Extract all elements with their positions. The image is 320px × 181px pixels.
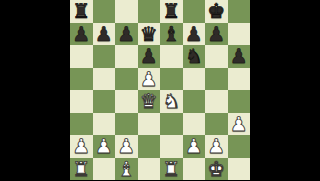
square-a3[interactable] (70, 113, 93, 136)
square-a5[interactable] (70, 68, 93, 91)
piece-white-pawn[interactable]: ♟ (95, 135, 113, 158)
square-h8[interactable] (228, 0, 251, 23)
square-d8[interactable] (138, 0, 161, 23)
square-g4[interactable] (205, 90, 228, 113)
square-g5[interactable] (205, 68, 228, 91)
square-g6[interactable] (205, 45, 228, 68)
piece-white-bishop[interactable]: ♝ (117, 157, 135, 180)
square-e6[interactable] (160, 45, 183, 68)
square-f4[interactable] (183, 90, 206, 113)
square-c8[interactable] (115, 0, 138, 23)
square-a8[interactable]: ♜ (70, 0, 93, 23)
square-a6[interactable] (70, 45, 93, 68)
piece-white-rook[interactable]: ♜ (162, 157, 180, 180)
square-d7[interactable]: ♛ (138, 23, 161, 46)
square-e4[interactable]: ♞ (160, 90, 183, 113)
square-c7[interactable]: ♟ (115, 23, 138, 46)
piece-white-rook[interactable]: ♜ (72, 157, 90, 180)
square-e8[interactable]: ♜ (160, 0, 183, 23)
square-h5[interactable] (228, 68, 251, 91)
square-c2[interactable]: ♟ (115, 135, 138, 158)
square-f2[interactable]: ♟ (183, 135, 206, 158)
square-h1[interactable] (228, 158, 251, 181)
square-b7[interactable]: ♟ (93, 23, 116, 46)
piece-black-king[interactable]: ♚ (207, 0, 225, 22)
square-g1[interactable]: ♚ (205, 158, 228, 181)
square-f8[interactable] (183, 0, 206, 23)
square-d5[interactable]: ♟ (138, 68, 161, 91)
piece-white-knight[interactable]: ♞ (162, 90, 180, 113)
square-g7[interactable]: ♟ (205, 23, 228, 46)
square-b5[interactable] (93, 68, 116, 91)
chess-board[interactable]: ♜♜♚♟♟♟♛♝♟♟♟♞♟♟♛♞♟♟♟♟♟♟♜♝♜♚ (70, 0, 250, 180)
square-b8[interactable] (93, 0, 116, 23)
piece-black-bishop[interactable]: ♝ (162, 22, 180, 45)
piece-white-pawn[interactable]: ♟ (72, 135, 90, 158)
piece-white-pawn[interactable]: ♟ (117, 135, 135, 158)
square-c6[interactable] (115, 45, 138, 68)
square-c5[interactable] (115, 68, 138, 91)
square-a1[interactable]: ♜ (70, 158, 93, 181)
piece-black-rook[interactable]: ♜ (72, 0, 90, 22)
piece-black-pawn[interactable]: ♟ (185, 22, 203, 45)
piece-black-pawn[interactable]: ♟ (140, 45, 158, 68)
square-h2[interactable] (228, 135, 251, 158)
piece-white-pawn[interactable]: ♟ (140, 67, 158, 90)
square-e2[interactable] (160, 135, 183, 158)
square-g2[interactable]: ♟ (205, 135, 228, 158)
square-c1[interactable]: ♝ (115, 158, 138, 181)
square-f6[interactable]: ♞ (183, 45, 206, 68)
piece-black-pawn[interactable]: ♟ (95, 22, 113, 45)
square-a4[interactable] (70, 90, 93, 113)
square-e7[interactable]: ♝ (160, 23, 183, 46)
square-b4[interactable] (93, 90, 116, 113)
square-h6[interactable]: ♟ (228, 45, 251, 68)
square-d6[interactable]: ♟ (138, 45, 161, 68)
piece-black-pawn[interactable]: ♟ (72, 22, 90, 45)
square-g3[interactable] (205, 113, 228, 136)
app-window: ♜♜♚♟♟♟♛♝♟♟♟♞♟♟♛♞♟♟♟♟♟♟♜♝♜♚ (0, 0, 320, 180)
square-d1[interactable] (138, 158, 161, 181)
square-h3[interactable]: ♟ (228, 113, 251, 136)
square-b2[interactable]: ♟ (93, 135, 116, 158)
square-g8[interactable]: ♚ (205, 0, 228, 23)
square-a7[interactable]: ♟ (70, 23, 93, 46)
piece-black-pawn[interactable]: ♟ (230, 45, 248, 68)
square-e1[interactable]: ♜ (160, 158, 183, 181)
piece-black-rook[interactable]: ♜ (162, 0, 180, 22)
square-d2[interactable] (138, 135, 161, 158)
piece-white-king[interactable]: ♚ (207, 157, 225, 180)
square-d3[interactable] (138, 113, 161, 136)
square-f3[interactable] (183, 113, 206, 136)
piece-black-queen[interactable]: ♛ (140, 22, 158, 45)
square-a2[interactable]: ♟ (70, 135, 93, 158)
piece-black-pawn[interactable]: ♟ (117, 22, 135, 45)
square-b3[interactable] (93, 113, 116, 136)
piece-black-knight[interactable]: ♞ (185, 45, 203, 68)
square-d4[interactable]: ♛ (138, 90, 161, 113)
square-e3[interactable] (160, 113, 183, 136)
square-f7[interactable]: ♟ (183, 23, 206, 46)
piece-white-pawn[interactable]: ♟ (230, 112, 248, 135)
square-e5[interactable] (160, 68, 183, 91)
piece-white-pawn[interactable]: ♟ (185, 135, 203, 158)
piece-black-pawn[interactable]: ♟ (207, 22, 225, 45)
square-h7[interactable] (228, 23, 251, 46)
square-f5[interactable] (183, 68, 206, 91)
square-h4[interactable] (228, 90, 251, 113)
piece-white-pawn[interactable]: ♟ (207, 135, 225, 158)
piece-white-queen[interactable]: ♛ (140, 90, 158, 113)
square-b1[interactable] (93, 158, 116, 181)
square-c3[interactable] (115, 113, 138, 136)
square-f1[interactable] (183, 158, 206, 181)
square-b6[interactable] (93, 45, 116, 68)
square-c4[interactable] (115, 90, 138, 113)
